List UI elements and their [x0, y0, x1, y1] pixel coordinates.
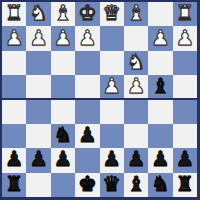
- black-pawn-d7[interactable]: ♟: [102, 149, 121, 170]
- square-a4[interactable]: [173, 75, 197, 99]
- square-a6[interactable]: [173, 124, 197, 148]
- black-knight-f6[interactable]: ♞: [54, 125, 73, 146]
- white-bishop-c1[interactable]: ♝: [127, 3, 146, 24]
- chess-board: ♜♞♝♚♛♝♜♟♟♟♟♟♟♞♟♟♝♞♟♟♟♟♟♟♟♟♜♚♛♝♞♜: [0, 0, 200, 200]
- square-f6[interactable]: ♞: [51, 124, 75, 148]
- square-d5[interactable]: [100, 100, 124, 124]
- white-knight-g1[interactable]: ♞: [29, 3, 48, 24]
- square-e1[interactable]: ♚: [75, 2, 99, 26]
- square-f2[interactable]: ♟: [51, 26, 75, 50]
- square-f5[interactable]: [51, 100, 75, 124]
- white-pawn-e2[interactable]: ♟: [78, 28, 97, 49]
- square-e4[interactable]: [75, 75, 99, 99]
- square-g8[interactable]: [26, 173, 50, 197]
- white-rook-a1[interactable]: ♜: [175, 3, 194, 24]
- square-b5[interactable]: [148, 100, 172, 124]
- square-c3[interactable]: ♞: [124, 51, 148, 75]
- square-g6[interactable]: [26, 124, 50, 148]
- white-knight-c3[interactable]: ♞: [127, 52, 146, 73]
- black-knight-b8[interactable]: ♞: [151, 174, 170, 195]
- square-c7[interactable]: ♟: [124, 148, 148, 172]
- black-pawn-a7[interactable]: ♟: [175, 149, 194, 170]
- square-g4[interactable]: [26, 75, 50, 99]
- white-bishop-f1[interactable]: ♝: [54, 3, 73, 24]
- white-king-e1[interactable]: ♚: [78, 3, 97, 24]
- square-a7[interactable]: ♟: [173, 148, 197, 172]
- square-h7[interactable]: ♟: [2, 148, 26, 172]
- black-pawn-e6[interactable]: ♟: [78, 125, 97, 146]
- square-a2[interactable]: ♟: [173, 26, 197, 50]
- black-queen-d8[interactable]: ♛: [102, 174, 121, 195]
- square-a5[interactable]: [173, 100, 197, 124]
- black-pawn-c7[interactable]: ♟: [127, 149, 146, 170]
- square-h3[interactable]: [2, 51, 26, 75]
- square-e8[interactable]: ♚: [75, 173, 99, 197]
- square-b8[interactable]: ♞: [148, 173, 172, 197]
- white-pawn-c4[interactable]: ♟: [127, 76, 146, 97]
- white-rook-h1[interactable]: ♜: [5, 3, 24, 24]
- square-e2[interactable]: ♟: [75, 26, 99, 50]
- black-pawn-b7[interactable]: ♟: [151, 149, 170, 170]
- black-pawn-f7[interactable]: ♟: [54, 149, 73, 170]
- square-h2[interactable]: ♟: [2, 26, 26, 50]
- square-g7[interactable]: ♟: [26, 148, 50, 172]
- square-b4[interactable]: ♝: [148, 75, 172, 99]
- black-king-e8[interactable]: ♚: [78, 174, 97, 195]
- square-h1[interactable]: ♜: [2, 2, 26, 26]
- white-pawn-b2[interactable]: ♟: [151, 28, 170, 49]
- square-f1[interactable]: ♝: [51, 2, 75, 26]
- square-h6[interactable]: [2, 124, 26, 148]
- square-e5[interactable]: [75, 100, 99, 124]
- square-e3[interactable]: [75, 51, 99, 75]
- white-pawn-h2[interactable]: ♟: [5, 28, 24, 49]
- black-bishop-c8[interactable]: ♝: [127, 174, 146, 195]
- black-pawn-g7[interactable]: ♟: [29, 149, 48, 170]
- square-b2[interactable]: ♟: [148, 26, 172, 50]
- square-f7[interactable]: ♟: [51, 148, 75, 172]
- white-queen-d1[interactable]: ♛: [102, 3, 121, 24]
- square-h4[interactable]: [2, 75, 26, 99]
- square-d2[interactable]: [100, 26, 124, 50]
- square-c8[interactable]: ♝: [124, 173, 148, 197]
- square-b3[interactable]: [148, 51, 172, 75]
- square-e7[interactable]: [75, 148, 99, 172]
- square-f3[interactable]: [51, 51, 75, 75]
- square-h5[interactable]: [2, 100, 26, 124]
- square-a1[interactable]: ♜: [173, 2, 197, 26]
- square-h8[interactable]: ♜: [2, 173, 26, 197]
- square-d8[interactable]: ♛: [100, 173, 124, 197]
- square-d7[interactable]: ♟: [100, 148, 124, 172]
- black-pawn-h7[interactable]: ♟: [5, 149, 24, 170]
- board-grid: ♜♞♝♚♛♝♜♟♟♟♟♟♟♞♟♟♝♞♟♟♟♟♟♟♟♟♜♚♛♝♞♜: [2, 2, 197, 197]
- black-bishop-b4[interactable]: ♝: [151, 76, 170, 97]
- square-f8[interactable]: [51, 173, 75, 197]
- square-c1[interactable]: ♝: [124, 2, 148, 26]
- white-pawn-f2[interactable]: ♟: [54, 28, 73, 49]
- square-d4[interactable]: ♟: [100, 75, 124, 99]
- black-rook-a8[interactable]: ♜: [175, 174, 194, 195]
- square-b6[interactable]: [148, 124, 172, 148]
- square-d3[interactable]: [100, 51, 124, 75]
- white-pawn-g2[interactable]: ♟: [29, 28, 48, 49]
- square-b7[interactable]: ♟: [148, 148, 172, 172]
- square-c2[interactable]: [124, 26, 148, 50]
- square-e6[interactable]: ♟: [75, 124, 99, 148]
- square-g1[interactable]: ♞: [26, 2, 50, 26]
- square-d1[interactable]: ♛: [100, 2, 124, 26]
- square-c4[interactable]: ♟: [124, 75, 148, 99]
- square-d6[interactable]: [100, 124, 124, 148]
- square-c5[interactable]: [124, 100, 148, 124]
- square-c6[interactable]: [124, 124, 148, 148]
- black-rook-h8[interactable]: ♜: [5, 174, 24, 195]
- square-f4[interactable]: [51, 75, 75, 99]
- white-pawn-d4[interactable]: ♟: [102, 76, 121, 97]
- square-a3[interactable]: [173, 51, 197, 75]
- square-g3[interactable]: [26, 51, 50, 75]
- square-a8[interactable]: ♜: [173, 173, 197, 197]
- square-g2[interactable]: ♟: [26, 26, 50, 50]
- square-g5[interactable]: [26, 100, 50, 124]
- white-pawn-a2[interactable]: ♟: [175, 28, 194, 49]
- square-b1[interactable]: [148, 2, 172, 26]
